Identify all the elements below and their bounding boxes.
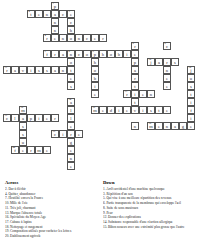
cell-letter: S	[36, 67, 42, 73]
grid-cell[interactable]: N	[43, 10, 51, 18]
cell-letter: E	[92, 91, 98, 97]
cell-letter: P	[92, 51, 98, 57]
cell-letter: H	[92, 59, 98, 65]
grid-cell[interactable]: 8N	[67, 50, 75, 58]
cell-letter: T	[156, 107, 162, 113]
grid-cell[interactable]: 2T	[27, 10, 35, 18]
grid-cell[interactable]: E	[75, 130, 83, 138]
cell-letter: I	[28, 67, 34, 73]
grid-cell[interactable]: C	[75, 50, 83, 58]
grid-cell[interactable]: R	[27, 146, 35, 154]
cell-letter: D	[108, 107, 114, 113]
cell-letter: G	[68, 139, 74, 145]
grid-cell[interactable]: I	[115, 106, 123, 114]
cell-letter: J	[148, 59, 154, 65]
grid-cell[interactable]: E	[139, 90, 147, 98]
cell-letter: O	[92, 67, 98, 73]
grid-cell[interactable]: T	[155, 106, 163, 114]
grid-cell[interactable]: I	[27, 66, 35, 74]
grid-cell[interactable]: N	[59, 34, 67, 42]
grid-cell[interactable]: 5R	[131, 42, 139, 50]
cell-letter: R	[28, 147, 34, 153]
cell-letter: I	[92, 83, 98, 89]
grid-cell[interactable]: N	[131, 122, 139, 130]
cell-letter: A	[68, 99, 74, 105]
grid-cell[interactable]: 12J	[187, 66, 195, 74]
grid-cell[interactable]: I	[187, 98, 195, 106]
grid-cell[interactable]: 16M	[91, 106, 99, 114]
cell-letter: M	[92, 107, 98, 113]
cell-letter: A	[20, 115, 26, 121]
cell-letter: R	[52, 115, 58, 121]
cell-letter: L	[68, 115, 74, 121]
grid-cell[interactable]: E	[91, 34, 99, 42]
cell-letter: R	[44, 35, 50, 41]
down-clues: 1. Arrêt accidentel d'une machine quelco…	[103, 187, 199, 229]
cell-letter: C	[68, 19, 74, 25]
grid-cell[interactable]: U	[19, 138, 27, 146]
grid-cell[interactable]: N	[51, 26, 59, 34]
grid-cell[interactable]: 1P	[51, 2, 59, 10]
cell-letter: S	[44, 67, 50, 73]
grid-cell[interactable]: U	[187, 74, 195, 82]
grid-cell[interactable]: E	[35, 10, 43, 18]
grid-cell[interactable]: E	[43, 146, 51, 154]
cell-letter: E	[164, 107, 170, 113]
grid-cell[interactable]: A	[51, 10, 59, 18]
grid-cell[interactable]: L	[67, 114, 75, 122]
across-clues: 2. Dur à fléchir4. Quitter, abandonner7.…	[5, 187, 101, 238]
grid-cell[interactable]: O	[83, 50, 91, 58]
cell-letter: N	[52, 19, 58, 25]
cell-letter: R	[100, 35, 106, 41]
grid-cell[interactable]: S	[187, 82, 195, 90]
grid-cell[interactable]: E	[163, 74, 171, 82]
cell-letter: N	[52, 27, 58, 33]
grid-cell[interactable]: T	[187, 90, 195, 98]
grid-cell[interactable]: E	[67, 74, 75, 82]
grid-cell[interactable]: S	[35, 66, 43, 74]
cell-letter: N	[132, 123, 138, 129]
cell-letter: F	[188, 107, 194, 113]
cell-letter: C	[76, 51, 82, 57]
cell-letter: C	[164, 43, 170, 49]
cell-letter: N	[68, 51, 74, 57]
grid-cell[interactable]: R	[51, 50, 59, 58]
cell-letter: M	[36, 147, 42, 153]
grid-cell[interactable]: N	[163, 122, 171, 130]
grid-cell[interactable]: 13R	[123, 90, 131, 98]
grid-cell[interactable]: N	[67, 154, 75, 162]
cell-letter: N	[60, 35, 66, 41]
cell-letter: E	[92, 35, 98, 41]
grid-cell[interactable]: E	[67, 122, 75, 130]
cell-letter: N	[68, 155, 74, 161]
cell-letter: A	[172, 123, 178, 129]
grid-cell[interactable]: E	[91, 90, 99, 98]
grid-cell[interactable]: R	[51, 114, 59, 122]
grid-cell[interactable]: I	[123, 50, 131, 58]
grid-cell[interactable]: 6C	[163, 42, 171, 50]
cell-letter: E	[132, 51, 138, 57]
grid-cell[interactable]: B	[91, 74, 99, 82]
grid-cell[interactable]: S	[147, 106, 155, 114]
grid-cell[interactable]: B	[115, 50, 123, 58]
cell-letter: U	[188, 75, 194, 81]
grid-cell[interactable]: S	[171, 58, 179, 66]
grid-cell[interactable]: E	[163, 106, 171, 114]
grid-cell[interactable]: N	[147, 90, 155, 98]
grid-cell[interactable]: 9P	[91, 50, 99, 58]
cell-letter: B	[92, 75, 98, 81]
grid-cell[interactable]: S	[19, 122, 27, 130]
grid-cell[interactable]: A	[19, 114, 27, 122]
cell-letter: P	[28, 115, 34, 121]
cell-letter: E	[68, 11, 74, 17]
grid-cell[interactable]: I	[35, 114, 43, 122]
cell-letter: E	[76, 131, 82, 137]
grid-cell[interactable]: S	[19, 130, 27, 138]
cell-letter: F	[12, 147, 18, 153]
cell-letter: E	[100, 107, 106, 113]
grid-cell[interactable]: E	[131, 50, 139, 58]
cell-letter: R	[132, 75, 138, 81]
cell-letter: F	[44, 51, 50, 57]
cell-letter: E	[68, 163, 74, 169]
grid-cell[interactable]: S	[67, 82, 75, 90]
grid-cell[interactable]: I	[139, 106, 147, 114]
cell-letter: O	[84, 51, 90, 57]
cell-letter: E	[68, 75, 74, 81]
grid-cell[interactable]: 10J	[147, 58, 155, 66]
grid-cell[interactable]: O	[107, 50, 115, 58]
cell-letter: T	[132, 99, 138, 105]
grid-cell[interactable]: N	[163, 66, 171, 74]
cell-letter: T	[28, 11, 34, 17]
grid-cell[interactable]: A	[11, 66, 19, 74]
cell-letter: R	[164, 59, 170, 65]
grid-cell[interactable]: P	[27, 114, 35, 122]
grid-cell[interactable]: D	[107, 106, 115, 114]
grid-cell[interactable]: L	[67, 106, 75, 114]
cell-letter: M	[20, 107, 26, 113]
cell-letter: V	[20, 67, 26, 73]
grid-cell[interactable]: H	[67, 26, 75, 34]
cell-letter: I	[36, 115, 42, 121]
cell-letter: E	[124, 107, 130, 113]
cell-letter: U	[20, 139, 26, 145]
grid-cell[interactable]: E	[123, 106, 131, 114]
cell-letter: E	[188, 123, 194, 129]
grid-cell[interactable]: 7F	[43, 50, 51, 58]
cell-letter: E	[44, 147, 50, 153]
grid-cell[interactable]: R	[67, 130, 75, 138]
cell-letter: I	[140, 107, 146, 113]
cell-letter: H	[68, 27, 74, 33]
cell-letter: A	[52, 67, 58, 73]
grid-cell[interactable]: O	[67, 58, 75, 66]
grid-cell[interactable]: 19C	[51, 130, 59, 138]
down-header: Down	[103, 180, 199, 185]
grid-cell[interactable]: 18M	[147, 122, 155, 130]
cell-letter: E	[68, 147, 74, 153]
across-header: Across	[5, 180, 101, 185]
grid-cell[interactable]: E	[99, 106, 107, 114]
cell-letter: A	[52, 11, 58, 17]
cell-letter: C	[52, 131, 58, 137]
grid-cell[interactable]: E	[67, 162, 75, 170]
grid-cell[interactable]: E	[163, 82, 171, 90]
grid-cell[interactable]: M	[35, 146, 43, 154]
grid-cell[interactable]: G	[67, 138, 75, 146]
cell-letter: E	[164, 75, 170, 81]
crossword-grid[interactable]: 1P2TENAC3ENCNH4RENONCER5R6C7FRA8NCO9PHOB…	[3, 2, 195, 170]
grid-cell[interactable]: A	[171, 122, 179, 130]
cell-letter: E	[36, 11, 42, 17]
cell-letter: A	[60, 51, 66, 57]
grid-cell[interactable]: V	[19, 66, 27, 74]
grid-cell[interactable]: 11R	[3, 66, 11, 74]
cell-letter: L	[12, 115, 18, 121]
down-clue-list: Down 1. Arrêt accidentel d'une machine q…	[103, 180, 199, 229]
cell-letter: A	[132, 67, 138, 73]
cell-letter: R	[124, 91, 130, 97]
cell-letter: S	[188, 83, 194, 89]
grid-cell[interactable]: 14A	[67, 98, 75, 106]
cell-letter: S	[68, 83, 74, 89]
cell-letter: V	[132, 107, 138, 113]
grid-cell[interactable]: L	[11, 114, 19, 122]
grid-cell[interactable]: T	[67, 66, 75, 74]
grid-cell[interactable]: C	[59, 10, 67, 18]
cell-letter: I	[116, 107, 122, 113]
cell-letter: S	[20, 123, 26, 129]
cell-letter: H	[100, 51, 106, 57]
grid-cell[interactable]: 20F	[11, 146, 19, 154]
cell-letter: T	[132, 83, 138, 89]
grid-cell[interactable]: V	[131, 106, 139, 114]
cell-letter: C	[4, 115, 10, 121]
cell-letter: G	[180, 123, 186, 129]
grid-cell[interactable]: N	[59, 66, 67, 74]
cell-letter: R	[68, 131, 74, 137]
cell-letter: C	[84, 35, 90, 41]
cell-letter: N	[44, 11, 50, 17]
grid-cell[interactable]: P	[131, 58, 139, 66]
cell-letter: S	[172, 59, 178, 65]
crossword-page: 1P2TENAC3ENCNH4RENONCER5R6C7FRA8NCO9PHOB…	[0, 0, 200, 238]
grid-cell[interactable]: T	[131, 98, 139, 106]
grid-cell[interactable]: A	[59, 50, 67, 58]
cell-letter: P	[132, 59, 138, 65]
cell-letter: N	[148, 91, 154, 97]
cell-letter: E	[44, 115, 50, 121]
cell-letter: A	[156, 59, 162, 65]
grid-cell[interactable]: 17C	[3, 114, 11, 122]
grid-cell[interactable]: O	[67, 34, 75, 42]
cell-letter: I	[124, 51, 130, 57]
cell-letter: L	[68, 107, 74, 113]
cell-letter: S	[148, 107, 154, 113]
cell-letter: O	[68, 35, 74, 41]
cell-letter: T	[188, 91, 194, 97]
cell-letter: C	[60, 11, 66, 17]
grid-cell[interactable]: H	[91, 58, 99, 66]
cell-letter: E	[52, 35, 58, 41]
grid-cell[interactable]: R	[163, 58, 171, 66]
grid-cell[interactable]: A	[155, 58, 163, 66]
grid-cell[interactable]: F	[187, 106, 195, 114]
grid-cell[interactable]: I	[91, 82, 99, 90]
cell-letter: E	[140, 91, 146, 97]
cell-letter: R	[4, 67, 10, 73]
grid-cell[interactable]: E	[51, 34, 59, 42]
cell-letter: I	[132, 91, 138, 97]
cell-letter: E	[164, 83, 170, 89]
cell-letter: R	[132, 43, 138, 49]
cell-letter: I	[188, 115, 194, 121]
grid-cell[interactable]: A	[51, 66, 59, 74]
across-clue-list: Across 2. Dur à fléchir4. Quitter, aband…	[5, 180, 101, 238]
grid-cell[interactable]: R	[131, 74, 139, 82]
grid-cell[interactable]: T	[131, 82, 139, 90]
cell-letter: I	[188, 99, 194, 105]
cell-letter: N	[76, 35, 82, 41]
cell-letter: A	[12, 67, 18, 73]
cell-letter: O	[68, 59, 74, 65]
grid-cell[interactable]: G	[179, 122, 187, 130]
grid-cell[interactable]: I	[187, 114, 195, 122]
cell-letter: E	[20, 147, 26, 153]
grid-cell[interactable]: A	[131, 66, 139, 74]
grid-cell[interactable]: 3E	[67, 10, 75, 18]
grid-cell[interactable]: E	[19, 146, 27, 154]
grid-cell[interactable]: 15M	[19, 106, 27, 114]
grid-cell[interactable]: C	[83, 34, 91, 42]
cell-letter: J	[188, 67, 194, 73]
cell-letter: S	[20, 131, 26, 137]
grid-cell[interactable]: E	[43, 114, 51, 122]
grid-cell[interactable]: S	[43, 66, 51, 74]
grid-cell[interactable]: R	[99, 34, 107, 42]
cell-letter: B	[116, 51, 122, 57]
cell-letter: M	[148, 123, 154, 129]
grid-cell[interactable]: E	[187, 122, 195, 130]
cell-letter: P	[52, 3, 58, 9]
grid-cell[interactable]: C	[67, 18, 75, 26]
clue-item[interactable]: 15. Bâton noueux avec une extrémité plus…	[103, 225, 199, 230]
grid-cell[interactable]: I	[131, 90, 139, 98]
grid-cell[interactable]: E	[155, 122, 163, 130]
grid-cell[interactable]: H	[99, 50, 107, 58]
grid-cell[interactable]: E	[67, 146, 75, 154]
grid-cell[interactable]: I	[59, 130, 67, 138]
grid-cell[interactable]: 4R	[43, 34, 51, 42]
cell-letter: I	[60, 131, 66, 137]
cell-letter: N	[164, 67, 170, 73]
grid-cell[interactable]: O	[91, 66, 99, 74]
cell-letter: O	[108, 51, 114, 57]
cell-letter: T	[68, 67, 74, 73]
cell-letter: N	[60, 67, 66, 73]
clue-item[interactable]: 20. Établissement agricole	[5, 234, 101, 238]
cell-letter: N	[164, 123, 170, 129]
cell-letter: R	[52, 51, 58, 57]
cell-letter: E	[68, 123, 74, 129]
grid-cell[interactable]: N	[75, 34, 83, 42]
grid-cell[interactable]: N	[51, 18, 59, 26]
cell-letter: E	[156, 123, 162, 129]
